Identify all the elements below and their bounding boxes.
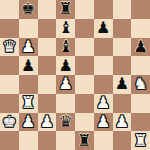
black-bishop: ♝	[58, 20, 72, 36]
square-e7[interactable]	[75, 19, 94, 38]
square-b3[interactable]: ♜	[19, 94, 38, 113]
square-g7[interactable]	[113, 19, 132, 38]
square-h8[interactable]	[131, 0, 150, 19]
white-pawn: ♟	[96, 113, 110, 129]
black-pawn: ♟	[96, 20, 110, 36]
square-a3[interactable]	[0, 94, 19, 113]
square-e2[interactable]	[75, 113, 94, 132]
black-pawn: ♟	[133, 38, 147, 54]
square-b4[interactable]	[19, 75, 38, 94]
white-pawn: ♟	[96, 95, 110, 111]
square-b1[interactable]	[19, 131, 38, 150]
square-d5[interactable]: ♟	[56, 56, 75, 75]
chess-diagram: ♚♜♝♟♛♟♝♟♟♟♟♟♞♜♟♚♟♟♛♟♟♜♜	[0, 0, 150, 150]
square-a4[interactable]	[0, 75, 19, 94]
square-e6[interactable]	[75, 38, 94, 57]
white-knight: ♞	[133, 76, 147, 92]
square-a2[interactable]: ♚	[0, 113, 19, 132]
square-h5[interactable]	[131, 56, 150, 75]
square-e3[interactable]	[75, 94, 94, 113]
square-h4[interactable]: ♞	[131, 75, 150, 94]
square-f1[interactable]	[94, 131, 113, 150]
square-a8[interactable]	[0, 0, 19, 19]
square-a5[interactable]	[0, 56, 19, 75]
square-c3[interactable]	[38, 94, 57, 113]
black-pawn: ♟	[58, 57, 72, 73]
square-g3[interactable]	[113, 94, 132, 113]
square-c2[interactable]: ♟	[38, 113, 57, 132]
square-f4[interactable]	[94, 75, 113, 94]
square-c1[interactable]	[38, 131, 57, 150]
square-e8[interactable]	[75, 0, 94, 19]
white-pawn: ♟	[58, 76, 72, 92]
square-c4[interactable]	[38, 75, 57, 94]
square-a6[interactable]: ♛	[0, 38, 19, 57]
white-king: ♚	[2, 113, 16, 129]
square-d2[interactable]: ♛	[56, 113, 75, 132]
square-a1[interactable]	[0, 131, 19, 150]
square-c5[interactable]	[38, 56, 57, 75]
white-pawn: ♟	[40, 113, 54, 129]
square-a7[interactable]	[0, 19, 19, 38]
white-queen: ♛	[2, 38, 16, 54]
square-d1[interactable]	[56, 131, 75, 150]
square-d6[interactable]: ♝	[56, 38, 75, 57]
square-g6[interactable]	[113, 38, 132, 57]
square-e5[interactable]	[75, 56, 94, 75]
square-h6[interactable]: ♟	[131, 38, 150, 57]
white-rook: ♜	[133, 132, 147, 148]
black-rook: ♜	[58, 1, 72, 17]
square-b7[interactable]	[19, 19, 38, 38]
square-b8[interactable]: ♚	[19, 0, 38, 19]
square-f8[interactable]	[94, 0, 113, 19]
square-g5[interactable]	[113, 56, 132, 75]
black-rook: ♜	[77, 132, 91, 148]
square-b5[interactable]: ♟	[19, 56, 38, 75]
square-h3[interactable]	[131, 94, 150, 113]
square-d3[interactable]	[56, 94, 75, 113]
square-f2[interactable]: ♟	[94, 113, 113, 132]
square-h7[interactable]	[131, 19, 150, 38]
square-f7[interactable]: ♟	[94, 19, 113, 38]
square-e1[interactable]: ♜	[75, 131, 94, 150]
square-c7[interactable]	[38, 19, 57, 38]
square-g8[interactable]	[113, 0, 132, 19]
white-pawn: ♟	[21, 38, 35, 54]
square-c8[interactable]	[38, 0, 57, 19]
square-d7[interactable]: ♝	[56, 19, 75, 38]
square-d4[interactable]: ♟	[56, 75, 75, 94]
square-h1[interactable]: ♜	[131, 131, 150, 150]
square-g1[interactable]	[113, 131, 132, 150]
white-rook: ♜	[21, 95, 35, 111]
square-c6[interactable]	[38, 38, 57, 57]
square-h2[interactable]	[131, 113, 150, 132]
square-f3[interactable]: ♟	[94, 94, 113, 113]
chess-board: ♚♜♝♟♛♟♝♟♟♟♟♟♞♜♟♚♟♟♛♟♟♜♜	[0, 0, 150, 150]
square-d8[interactable]: ♜	[56, 0, 75, 19]
square-f5[interactable]	[94, 56, 113, 75]
white-pawn: ♟	[21, 113, 35, 129]
square-f6[interactable]	[94, 38, 113, 57]
white-pawn: ♟	[115, 113, 129, 129]
square-b6[interactable]: ♟	[19, 38, 38, 57]
square-e4[interactable]	[75, 75, 94, 94]
black-bishop: ♝	[58, 38, 72, 54]
black-pawn: ♟	[21, 57, 35, 73]
square-b2[interactable]: ♟	[19, 113, 38, 132]
square-g2[interactable]: ♟	[113, 113, 132, 132]
black-pawn: ♟	[115, 76, 129, 92]
square-g4[interactable]: ♟	[113, 75, 132, 94]
black-queen: ♛	[58, 113, 72, 129]
black-king: ♚	[21, 1, 35, 17]
